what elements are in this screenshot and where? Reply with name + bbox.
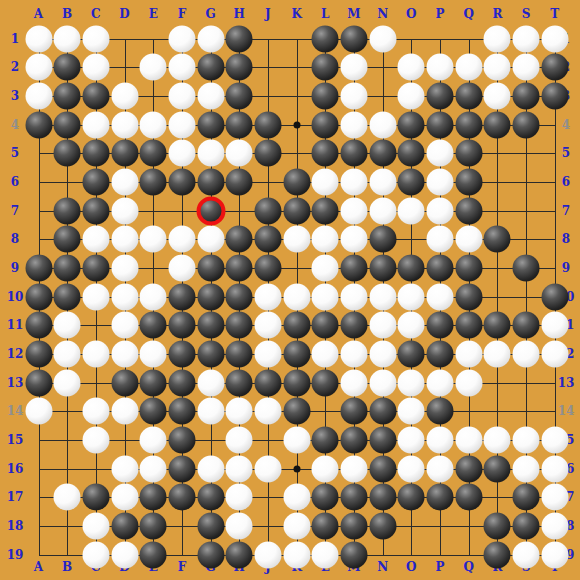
intersection-S13[interactable] (512, 369, 540, 397)
intersection-K4[interactable] (283, 111, 311, 139)
intersection-R9[interactable] (483, 254, 511, 282)
intersection-O1[interactable] (397, 25, 425, 53)
black-stone-O6 (398, 168, 425, 195)
white-stone-O7 (398, 197, 425, 224)
black-stone-C3 (82, 82, 109, 109)
white-stone-E10 (140, 283, 167, 310)
white-stone-A1 (25, 25, 52, 52)
white-stone-M2 (340, 54, 367, 81)
intersection-A16[interactable] (25, 455, 53, 483)
white-stone-P8 (427, 226, 454, 253)
black-stone-N5 (369, 140, 396, 167)
black-stone-J13 (254, 369, 281, 396)
intersection-T6[interactable] (541, 168, 569, 196)
intersection-J15[interactable] (254, 426, 282, 454)
black-stone-M9 (340, 254, 367, 281)
black-stone-S11 (513, 312, 540, 339)
white-stone-J19 (254, 541, 281, 568)
intersection-K9[interactable] (283, 254, 311, 282)
black-stone-M15 (340, 427, 367, 454)
white-stone-H16 (226, 455, 253, 482)
intersection-B16[interactable] (53, 455, 81, 483)
go-board[interactable]: AA11BB22CC33DD44EE55FF66GG77HH88JJ99KK10… (0, 0, 580, 580)
white-stone-S15 (513, 427, 540, 454)
black-stone-N15 (369, 427, 396, 454)
intersection-R6[interactable] (483, 168, 511, 196)
col-label-top: N (377, 8, 388, 20)
intersection-S5[interactable] (512, 139, 540, 167)
black-stone-N8 (369, 226, 396, 253)
col-label-top: K (291, 8, 301, 20)
row-label-left: 18 (7, 520, 24, 532)
white-stone-C4 (82, 111, 109, 138)
white-stone-N4 (369, 111, 396, 138)
white-stone-P10 (427, 283, 454, 310)
intersection-B6[interactable] (53, 168, 81, 196)
white-stone-N11 (369, 312, 396, 339)
row-label-left: 19 (7, 549, 24, 561)
white-stone-M4 (340, 111, 367, 138)
intersection-E1[interactable] (139, 25, 167, 53)
white-stone-K18 (283, 513, 310, 540)
black-stone-D5 (111, 140, 138, 167)
black-stone-L17 (312, 484, 339, 511)
intersection-Q14[interactable] (455, 397, 483, 425)
black-stone-G11 (197, 312, 224, 339)
intersection-A19[interactable] (25, 541, 53, 569)
black-stone-H13 (226, 369, 253, 396)
intersection-H7[interactable] (225, 197, 253, 225)
black-stone-O4 (398, 111, 425, 138)
black-stone-C17 (82, 484, 109, 511)
white-stone-P6 (427, 168, 454, 195)
intersection-F19[interactable] (168, 541, 196, 569)
col-label-top: Q (463, 8, 473, 20)
intersection-P19[interactable] (426, 541, 454, 569)
col-label-top: R (492, 8, 502, 20)
row-label-left: 6 (11, 176, 19, 188)
intersection-O18[interactable] (397, 512, 425, 540)
white-stone-T18 (541, 513, 568, 540)
intersection-J17[interactable] (254, 483, 282, 511)
intersection-J18[interactable] (254, 512, 282, 540)
intersection-A8[interactable] (25, 225, 53, 253)
white-stone-K8 (283, 226, 310, 253)
intersection-Q1[interactable] (455, 25, 483, 53)
black-stone-K12 (283, 340, 310, 367)
white-stone-N13 (369, 369, 396, 396)
black-stone-P17 (427, 484, 454, 511)
intersection-T13[interactable] (541, 369, 569, 397)
white-stone-T17 (541, 484, 568, 511)
white-stone-K17 (283, 484, 310, 511)
black-stone-E19 (140, 541, 167, 568)
col-label-top: O (406, 8, 416, 20)
black-stone-D13 (111, 369, 138, 396)
white-stone-R1 (484, 25, 511, 52)
black-stone-G12 (197, 340, 224, 367)
intersection-D2[interactable] (111, 53, 139, 81)
black-stone-R8 (484, 226, 511, 253)
white-stone-D7 (111, 197, 138, 224)
black-stone-O9 (398, 254, 425, 281)
black-stone-B8 (54, 226, 81, 253)
intersection-N2[interactable] (369, 53, 397, 81)
white-stone-E4 (140, 111, 167, 138)
black-stone-G6 (197, 168, 224, 195)
intersection-R17[interactable] (483, 483, 511, 511)
white-stone-L19 (312, 541, 339, 568)
white-stone-S1 (513, 25, 540, 52)
white-stone-G5 (197, 140, 224, 167)
intersection-E7[interactable] (139, 197, 167, 225)
white-stone-D14 (111, 398, 138, 425)
intersection-C16[interactable] (82, 455, 110, 483)
black-stone-B7 (54, 197, 81, 224)
black-stone-E17 (140, 484, 167, 511)
row-label-left: 5 (11, 147, 19, 159)
black-stone-L13 (312, 369, 339, 396)
white-stone-C8 (82, 226, 109, 253)
intersection-A17[interactable] (25, 483, 53, 511)
intersection-Q19[interactable] (455, 541, 483, 569)
white-stone-P2 (427, 54, 454, 81)
white-stone-Q15 (455, 427, 482, 454)
white-stone-L16 (312, 455, 339, 482)
white-stone-Q12 (455, 340, 482, 367)
intersection-J2[interactable] (254, 53, 282, 81)
black-stone-F17 (168, 484, 195, 511)
intersection-S14[interactable] (512, 397, 540, 425)
row-label-left: 12 (7, 348, 24, 360)
col-label-top: S (522, 8, 531, 20)
black-stone-K14 (283, 398, 310, 425)
white-stone-A2 (25, 54, 52, 81)
black-stone-N9 (369, 254, 396, 281)
intersection-B18[interactable] (53, 512, 81, 540)
white-stone-M10 (340, 283, 367, 310)
black-stone-B2 (54, 54, 81, 81)
white-stone-S16 (513, 455, 540, 482)
black-stone-H19 (226, 541, 253, 568)
col-label-top: L (321, 8, 329, 20)
black-stone-J7 (254, 197, 281, 224)
white-stone-M7 (340, 197, 367, 224)
black-stone-S3 (513, 82, 540, 109)
black-stone-P9 (427, 254, 454, 281)
intersection-A15[interactable] (25, 426, 53, 454)
white-stone-M13 (340, 369, 367, 396)
white-stone-C12 (82, 340, 109, 367)
intersection-D15[interactable] (111, 426, 139, 454)
black-stone-R19 (484, 541, 511, 568)
black-stone-M1 (340, 25, 367, 52)
white-stone-R15 (484, 427, 511, 454)
black-stone-R18 (484, 513, 511, 540)
black-stone-R11 (484, 312, 511, 339)
intersection-A18[interactable] (25, 512, 53, 540)
white-stone-T1 (541, 25, 568, 52)
white-stone-D8 (111, 226, 138, 253)
white-stone-K15 (283, 427, 310, 454)
intersection-S8[interactable] (512, 225, 540, 253)
intersection-L14[interactable] (311, 397, 339, 425)
intersection-P18[interactable] (426, 512, 454, 540)
intersection-T7[interactable] (541, 197, 569, 225)
intersection-N19[interactable] (369, 541, 397, 569)
white-stone-H5 (226, 140, 253, 167)
white-stone-G3 (197, 82, 224, 109)
white-stone-F3 (168, 82, 195, 109)
white-stone-E12 (140, 340, 167, 367)
black-stone-B4 (54, 111, 81, 138)
black-stone-R4 (484, 111, 511, 138)
black-stone-F10 (168, 283, 195, 310)
black-stone-M17 (340, 484, 367, 511)
col-label-top: F (178, 8, 187, 20)
black-stone-P3 (427, 82, 454, 109)
white-stone-E15 (140, 427, 167, 454)
black-stone-R16 (484, 455, 511, 482)
intersection-T8[interactable] (541, 225, 569, 253)
white-stone-G16 (197, 455, 224, 482)
white-stone-T15 (541, 427, 568, 454)
intersection-K1[interactable] (283, 25, 311, 53)
black-stone-E11 (140, 312, 167, 339)
white-stone-L6 (312, 168, 339, 195)
black-stone-O17 (398, 484, 425, 511)
white-stone-B12 (54, 340, 81, 367)
black-stone-G18 (197, 513, 224, 540)
intersection-S6[interactable] (512, 168, 540, 196)
white-stone-C15 (82, 427, 109, 454)
white-stone-J14 (254, 398, 281, 425)
black-stone-L18 (312, 513, 339, 540)
intersection-J6[interactable] (254, 168, 282, 196)
white-stone-Q13 (455, 369, 482, 396)
white-stone-M3 (340, 82, 367, 109)
white-stone-K19 (283, 541, 310, 568)
white-stone-H17 (226, 484, 253, 511)
black-stone-F14 (168, 398, 195, 425)
white-stone-M16 (340, 455, 367, 482)
intersection-F7[interactable] (168, 197, 196, 225)
row-label-left: 4 (11, 119, 19, 131)
intersection-K5[interactable] (283, 139, 311, 167)
intersection-Q18[interactable] (455, 512, 483, 540)
white-stone-M8 (340, 226, 367, 253)
white-stone-T19 (541, 541, 568, 568)
row-label-left: 8 (11, 233, 19, 245)
row-label-left: 16 (7, 463, 24, 475)
intersection-J3[interactable] (254, 82, 282, 110)
black-stone-F6 (168, 168, 195, 195)
black-stone-L7 (312, 197, 339, 224)
intersection-C11[interactable] (82, 311, 110, 339)
white-stone-P7 (427, 197, 454, 224)
intersection-T4[interactable] (541, 111, 569, 139)
black-stone-Q3 (455, 82, 482, 109)
intersection-S10[interactable] (512, 283, 540, 311)
intersection-K2[interactable] (283, 53, 311, 81)
white-stone-D12 (111, 340, 138, 367)
intersection-A5[interactable] (25, 139, 53, 167)
white-stone-C10 (82, 283, 109, 310)
intersection-K16[interactable] (283, 455, 311, 483)
intersection-E9[interactable] (139, 254, 167, 282)
white-stone-O3 (398, 82, 425, 109)
black-stone-A11 (25, 312, 52, 339)
black-stone-G19 (197, 541, 224, 568)
black-stone-N16 (369, 455, 396, 482)
intersection-F18[interactable] (168, 512, 196, 540)
white-stone-L12 (312, 340, 339, 367)
intersection-R7[interactable] (483, 197, 511, 225)
black-stone-L2 (312, 54, 339, 81)
white-stone-N12 (369, 340, 396, 367)
white-stone-C2 (82, 54, 109, 81)
black-stone-Q16 (455, 455, 482, 482)
black-stone-P14 (427, 398, 454, 425)
intersection-T5[interactable] (541, 139, 569, 167)
white-stone-N10 (369, 283, 396, 310)
white-stone-D4 (111, 111, 138, 138)
white-stone-G14 (197, 398, 224, 425)
intersection-G15[interactable] (197, 426, 225, 454)
col-label-top: J (265, 8, 271, 20)
black-stone-A10 (25, 283, 52, 310)
row-label-left: 15 (7, 434, 24, 446)
col-label-top: T (550, 8, 559, 20)
white-stone-F9 (168, 254, 195, 281)
intersection-R14[interactable] (483, 397, 511, 425)
black-stone-F15 (168, 427, 195, 454)
black-stone-H8 (226, 226, 253, 253)
black-stone-O5 (398, 140, 425, 167)
black-stone-H12 (226, 340, 253, 367)
black-stone-Q7 (455, 197, 482, 224)
intersection-S7[interactable] (512, 197, 540, 225)
intersection-K3[interactable] (283, 82, 311, 110)
intersection-C13[interactable] (82, 369, 110, 397)
intersection-A7[interactable] (25, 197, 53, 225)
intersection-T14[interactable] (541, 397, 569, 425)
black-stone-A9 (25, 254, 52, 281)
col-label-top: A (34, 8, 43, 20)
black-stone-H2 (226, 54, 253, 81)
black-stone-Q17 (455, 484, 482, 511)
white-stone-D17 (111, 484, 138, 511)
black-stone-C6 (82, 168, 109, 195)
intersection-D1[interactable] (111, 25, 139, 53)
white-stone-B17 (54, 484, 81, 511)
intersection-R5[interactable] (483, 139, 511, 167)
black-stone-H4 (226, 111, 253, 138)
white-stone-S19 (513, 541, 540, 568)
black-stone-B3 (54, 82, 81, 109)
col-label-top: B (62, 8, 72, 20)
white-stone-R12 (484, 340, 511, 367)
row-label-left: 3 (11, 90, 19, 102)
intersection-B19[interactable] (53, 541, 81, 569)
intersection-J1[interactable] (254, 25, 282, 53)
black-stone-M18 (340, 513, 367, 540)
black-stone-E5 (140, 140, 167, 167)
black-stone-G17 (197, 484, 224, 511)
white-stone-O14 (398, 398, 425, 425)
intersection-R10[interactable] (483, 283, 511, 311)
row-label-left: 17 (7, 491, 24, 503)
col-label-top: D (119, 8, 129, 20)
white-stone-C14 (82, 398, 109, 425)
white-stone-E16 (140, 455, 167, 482)
intersection-B14[interactable] (53, 397, 81, 425)
black-stone-C7 (82, 197, 109, 224)
black-stone-T2 (541, 54, 568, 81)
white-stone-D19 (111, 541, 138, 568)
black-stone-K11 (283, 312, 310, 339)
black-stone-P12 (427, 340, 454, 367)
black-stone-Q5 (455, 140, 482, 167)
black-stone-S9 (513, 254, 540, 281)
white-stone-D16 (111, 455, 138, 482)
black-stone-S18 (513, 513, 540, 540)
white-stone-N7 (369, 197, 396, 224)
col-label-top: G (205, 8, 215, 20)
black-stone-Q10 (455, 283, 482, 310)
black-stone-A12 (25, 340, 52, 367)
white-stone-O2 (398, 54, 425, 81)
intersection-R13[interactable] (483, 369, 511, 397)
black-stone-L4 (312, 111, 339, 138)
white-stone-J10 (254, 283, 281, 310)
black-stone-M14 (340, 398, 367, 425)
white-stone-L9 (312, 254, 339, 281)
white-stone-B1 (54, 25, 81, 52)
intersection-P1[interactable] (426, 25, 454, 53)
intersection-A6[interactable] (25, 168, 53, 196)
row-label-left: 14 (7, 405, 24, 417)
white-stone-O15 (398, 427, 425, 454)
white-stone-C18 (82, 513, 109, 540)
white-stone-S12 (513, 340, 540, 367)
black-stone-F12 (168, 340, 195, 367)
white-stone-F4 (168, 111, 195, 138)
black-stone-P4 (427, 111, 454, 138)
intersection-T9[interactable] (541, 254, 569, 282)
intersection-E3[interactable] (139, 82, 167, 110)
black-stone-E13 (140, 369, 167, 396)
last-move-marker (196, 196, 225, 225)
white-stone-C19 (82, 541, 109, 568)
white-stone-O16 (398, 455, 425, 482)
intersection-B15[interactable] (53, 426, 81, 454)
intersection-O8[interactable] (397, 225, 425, 253)
black-stone-F11 (168, 312, 195, 339)
intersection-N3[interactable] (369, 82, 397, 110)
black-stone-E18 (140, 513, 167, 540)
black-stone-M11 (340, 312, 367, 339)
white-stone-H15 (226, 427, 253, 454)
white-stone-P13 (427, 369, 454, 396)
black-stone-P11 (427, 312, 454, 339)
white-stone-E8 (140, 226, 167, 253)
black-stone-J9 (254, 254, 281, 281)
black-stone-G2 (197, 54, 224, 81)
row-label-left: 2 (11, 61, 19, 73)
intersection-O19[interactable] (397, 541, 425, 569)
black-stone-Q6 (455, 168, 482, 195)
